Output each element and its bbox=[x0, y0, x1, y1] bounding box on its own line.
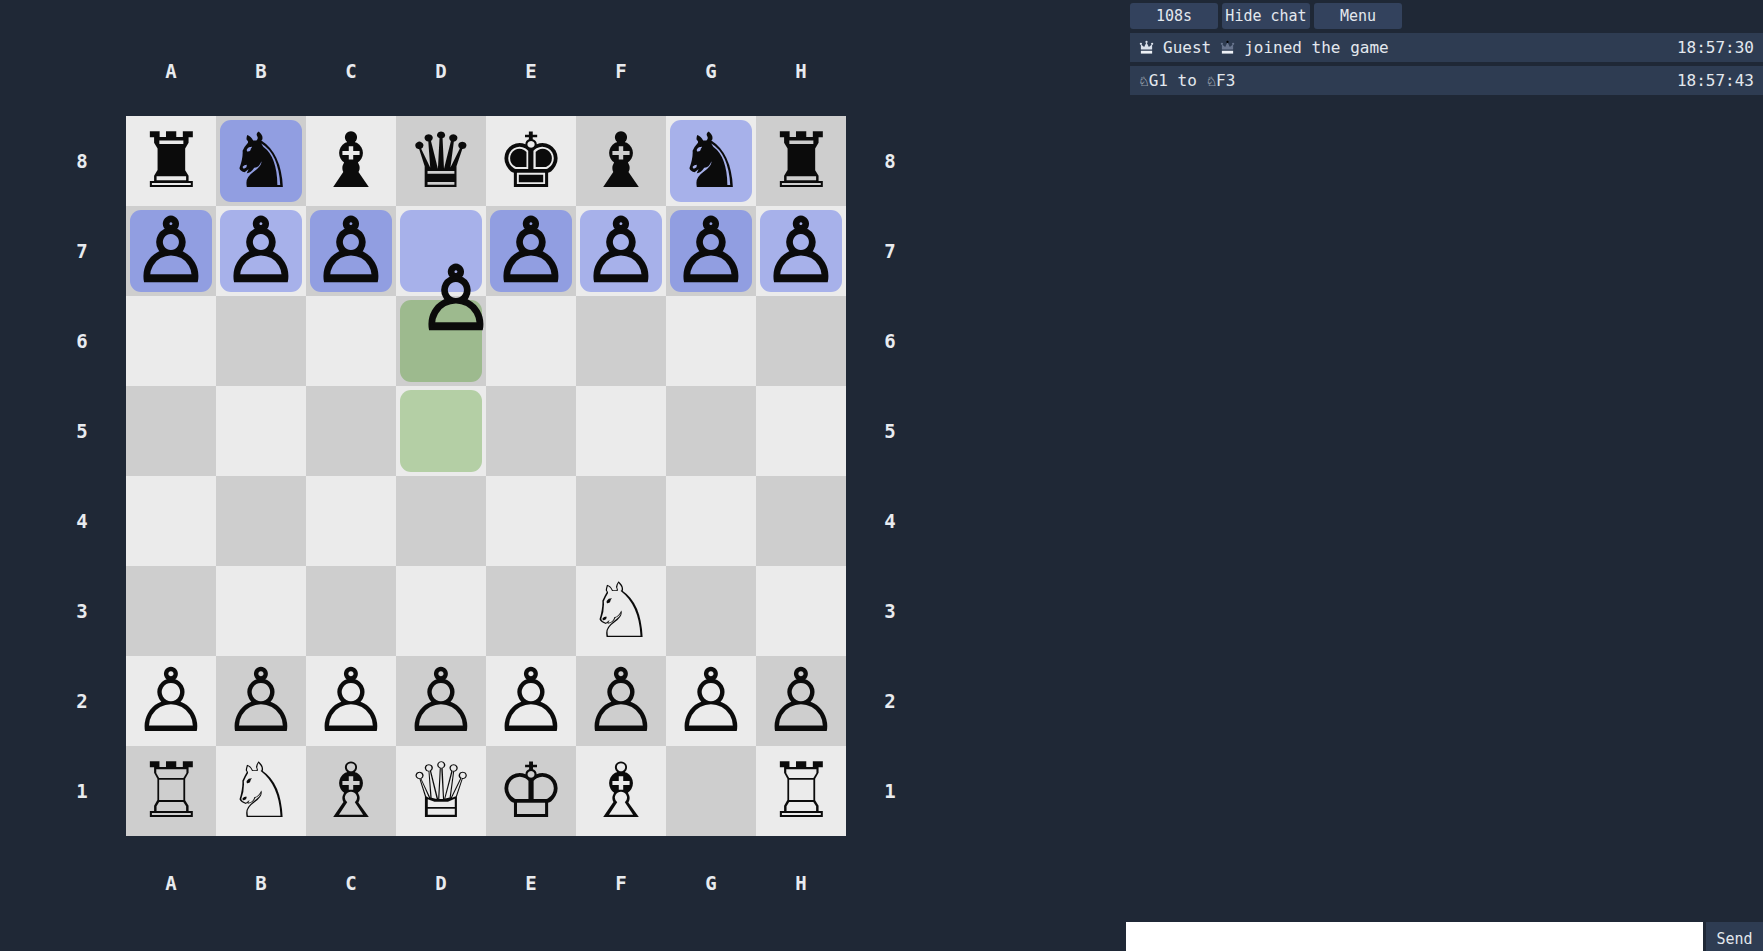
piece-bR-a8: ♜ bbox=[126, 116, 216, 206]
chat-timestamp: 18:57:30 bbox=[1677, 38, 1754, 57]
piece-wP-d2: ♙ bbox=[396, 656, 486, 746]
piece-wP-c2: ♙ bbox=[306, 656, 396, 746]
move-highlight bbox=[670, 210, 752, 292]
square-g2[interactable]: ♙ bbox=[666, 656, 756, 746]
move-highlight bbox=[310, 210, 392, 292]
send-button[interactable]: Send bbox=[1706, 922, 1763, 951]
square-a8[interactable]: ♜ bbox=[126, 116, 216, 206]
square-d5[interactable] bbox=[396, 386, 486, 476]
rank-label-2: 2 bbox=[38, 656, 126, 746]
move-highlight bbox=[130, 210, 212, 292]
piece-wN-b1: ♘ bbox=[216, 746, 306, 836]
square-c1[interactable]: ♗ bbox=[306, 746, 396, 836]
move-highlight bbox=[670, 120, 752, 202]
file-label-A: A bbox=[126, 56, 216, 86]
file-label-B: B bbox=[216, 56, 306, 86]
square-h4[interactable] bbox=[756, 476, 846, 566]
file-label-E: E bbox=[486, 868, 576, 898]
square-a2[interactable]: ♙ bbox=[126, 656, 216, 746]
piece-wP-g2: ♙ bbox=[666, 656, 756, 746]
square-h8[interactable]: ♜ bbox=[756, 116, 846, 206]
square-b2[interactable]: ♙ bbox=[216, 656, 306, 746]
square-a5[interactable] bbox=[126, 386, 216, 476]
square-b3[interactable] bbox=[216, 566, 306, 656]
file-label-D: D bbox=[396, 868, 486, 898]
square-e1[interactable]: ♔ bbox=[486, 746, 576, 836]
chat-timestamp: 18:57:43 bbox=[1677, 71, 1754, 90]
side-panel: 108s Hide chat Menu Guest bbox=[1130, 3, 1763, 95]
square-h3[interactable] bbox=[756, 566, 846, 656]
square-e2[interactable]: ♙ bbox=[486, 656, 576, 746]
move-highlight bbox=[220, 210, 302, 292]
square-f7[interactable]: ♙ bbox=[576, 206, 666, 296]
piece-bK-e8: ♚ bbox=[486, 116, 576, 206]
square-b1[interactable]: ♘ bbox=[216, 746, 306, 836]
rank-label-7: 7 bbox=[846, 206, 934, 296]
piece-wB-f1: ♗ bbox=[576, 746, 666, 836]
chat-message-content: Guest joined the game bbox=[1139, 38, 1389, 57]
chat-text: joined the game bbox=[1244, 38, 1389, 57]
square-g7[interactable]: ♙ bbox=[666, 206, 756, 296]
square-e8[interactable]: ♚ bbox=[486, 116, 576, 206]
hide-chat-button[interactable]: Hide chat bbox=[1222, 3, 1310, 29]
square-d3[interactable] bbox=[396, 566, 486, 656]
rank-label-3: 3 bbox=[38, 566, 126, 656]
menu-button[interactable]: Menu bbox=[1314, 3, 1402, 29]
square-d8[interactable]: ♛ bbox=[396, 116, 486, 206]
panel-button-row: 108s Hide chat Menu bbox=[1130, 3, 1763, 29]
move-highlight bbox=[490, 210, 572, 292]
square-a4[interactable] bbox=[126, 476, 216, 566]
square-g4[interactable] bbox=[666, 476, 756, 566]
square-f5[interactable] bbox=[576, 386, 666, 476]
square-b7[interactable]: ♙ bbox=[216, 206, 306, 296]
rank-label-5: 5 bbox=[38, 386, 126, 476]
file-label-F: F bbox=[576, 868, 666, 898]
square-b8[interactable]: ♞ bbox=[216, 116, 306, 206]
chat-message-move: ♘G1 to ♘F3 18:57:43 bbox=[1130, 66, 1763, 95]
chess-app: ABCDEFGH 87654321 ♜♞♝♛♚♝♞♜♙♙♙♙♙♙♙♘♙♙♙♙♙♙… bbox=[0, 0, 1763, 951]
file-label-H: H bbox=[756, 868, 846, 898]
crown-light-icon bbox=[1139, 40, 1154, 55]
file-label-G: G bbox=[666, 868, 756, 898]
square-e5[interactable] bbox=[486, 386, 576, 476]
move-text: ♘G1 to ♘F3 bbox=[1139, 71, 1235, 90]
piece-wQ-d1: ♕ bbox=[396, 746, 486, 836]
move-highlight bbox=[220, 120, 302, 202]
square-d1[interactable]: ♕ bbox=[396, 746, 486, 836]
file-label-H: H bbox=[756, 56, 846, 86]
moving-piece-black-pawn[interactable]: ♙ bbox=[411, 254, 501, 344]
file-label-C: C bbox=[306, 56, 396, 86]
move-highlight bbox=[760, 210, 842, 292]
square-b6[interactable] bbox=[216, 296, 306, 386]
rank-label-2: 2 bbox=[846, 656, 934, 746]
rank-label-3: 3 bbox=[846, 566, 934, 656]
square-c5[interactable] bbox=[306, 386, 396, 476]
rank-label-8: 8 bbox=[846, 116, 934, 206]
square-h5[interactable] bbox=[756, 386, 846, 476]
square-e4[interactable] bbox=[486, 476, 576, 566]
chat-message-joined: Guest joined the game 18:57:30 bbox=[1130, 33, 1763, 62]
square-c3[interactable] bbox=[306, 566, 396, 656]
piece-wK-e1: ♔ bbox=[486, 746, 576, 836]
piece-wP-a2: ♙ bbox=[126, 656, 216, 746]
rank-label-6: 6 bbox=[846, 296, 934, 386]
chat-message-content: ♘G1 to ♘F3 bbox=[1139, 71, 1235, 90]
file-label-F: F bbox=[576, 56, 666, 86]
piece-wB-c1: ♗ bbox=[306, 746, 396, 836]
square-b5[interactable] bbox=[216, 386, 306, 476]
rank-label-5: 5 bbox=[846, 386, 934, 476]
piece-bR-h8: ♜ bbox=[756, 116, 846, 206]
square-f4[interactable] bbox=[576, 476, 666, 566]
square-g5[interactable] bbox=[666, 386, 756, 476]
rank-labels-left: 87654321 bbox=[38, 116, 126, 836]
square-a7[interactable]: ♙ bbox=[126, 206, 216, 296]
rank-label-8: 8 bbox=[38, 116, 126, 206]
piece-bB-f8: ♝ bbox=[576, 116, 666, 206]
file-label-C: C bbox=[306, 868, 396, 898]
square-h6[interactable] bbox=[756, 296, 846, 386]
piece-wP-b2: ♙ bbox=[216, 656, 306, 746]
move-highlight bbox=[400, 390, 482, 472]
file-label-E: E bbox=[486, 56, 576, 86]
square-f8[interactable]: ♝ bbox=[576, 116, 666, 206]
piece-wP-f2: ♙ bbox=[576, 656, 666, 746]
square-a3[interactable] bbox=[126, 566, 216, 656]
square-c6[interactable] bbox=[306, 296, 396, 386]
square-a1[interactable]: ♖ bbox=[126, 746, 216, 836]
square-d2[interactable]: ♙ bbox=[396, 656, 486, 746]
file-label-A: A bbox=[126, 868, 216, 898]
crown-dark-icon bbox=[1220, 40, 1235, 55]
square-d4[interactable] bbox=[396, 476, 486, 566]
square-f1[interactable]: ♗ bbox=[576, 746, 666, 836]
rank-label-1: 1 bbox=[846, 746, 934, 836]
square-f6[interactable] bbox=[576, 296, 666, 386]
square-g6[interactable] bbox=[666, 296, 756, 386]
square-b4[interactable] bbox=[216, 476, 306, 566]
square-g1[interactable] bbox=[666, 746, 756, 836]
rank-label-4: 4 bbox=[846, 476, 934, 566]
piece-wP-h2: ♙ bbox=[756, 656, 846, 746]
rank-label-6: 6 bbox=[38, 296, 126, 386]
file-labels-bottom: ABCDEFGH bbox=[126, 868, 846, 898]
rank-labels-right: 87654321 bbox=[846, 116, 934, 836]
square-f3[interactable]: ♘ bbox=[576, 566, 666, 656]
square-g8[interactable]: ♞ bbox=[666, 116, 756, 206]
piece-bB-c8: ♝ bbox=[306, 116, 396, 206]
piece-wR-a1: ♖ bbox=[126, 746, 216, 836]
timer-button[interactable]: 108s bbox=[1130, 3, 1218, 29]
piece-wR-h1: ♖ bbox=[756, 746, 846, 836]
square-f2[interactable]: ♙ bbox=[576, 656, 666, 746]
file-label-G: G bbox=[666, 56, 756, 86]
rank-label-7: 7 bbox=[38, 206, 126, 296]
square-c8[interactable]: ♝ bbox=[306, 116, 396, 206]
piece-wP-e2: ♙ bbox=[486, 656, 576, 746]
rank-label-4: 4 bbox=[38, 476, 126, 566]
square-a6[interactable] bbox=[126, 296, 216, 386]
square-c4[interactable] bbox=[306, 476, 396, 566]
piece-wN-f3: ♘ bbox=[576, 566, 666, 656]
move-highlight bbox=[580, 210, 662, 292]
square-e3[interactable] bbox=[486, 566, 576, 656]
chess-board: ♜♞♝♛♚♝♞♜♙♙♙♙♙♙♙♘♙♙♙♙♙♙♙♙♖♘♗♕♔♗♖♙ bbox=[126, 116, 846, 836]
square-h1[interactable]: ♖ bbox=[756, 746, 846, 836]
file-label-B: B bbox=[216, 868, 306, 898]
square-h7[interactable]: ♙ bbox=[756, 206, 846, 296]
file-labels-top: ABCDEFGH bbox=[126, 56, 846, 86]
square-c7[interactable]: ♙ bbox=[306, 206, 396, 296]
file-label-D: D bbox=[396, 56, 486, 86]
square-c2[interactable]: ♙ bbox=[306, 656, 396, 746]
piece-bQ-d8: ♛ bbox=[396, 116, 486, 206]
square-h2[interactable]: ♙ bbox=[756, 656, 846, 746]
rank-label-1: 1 bbox=[38, 746, 126, 836]
chat-input[interactable] bbox=[1126, 922, 1703, 951]
chat-username: Guest bbox=[1163, 38, 1211, 57]
square-g3[interactable] bbox=[666, 566, 756, 656]
